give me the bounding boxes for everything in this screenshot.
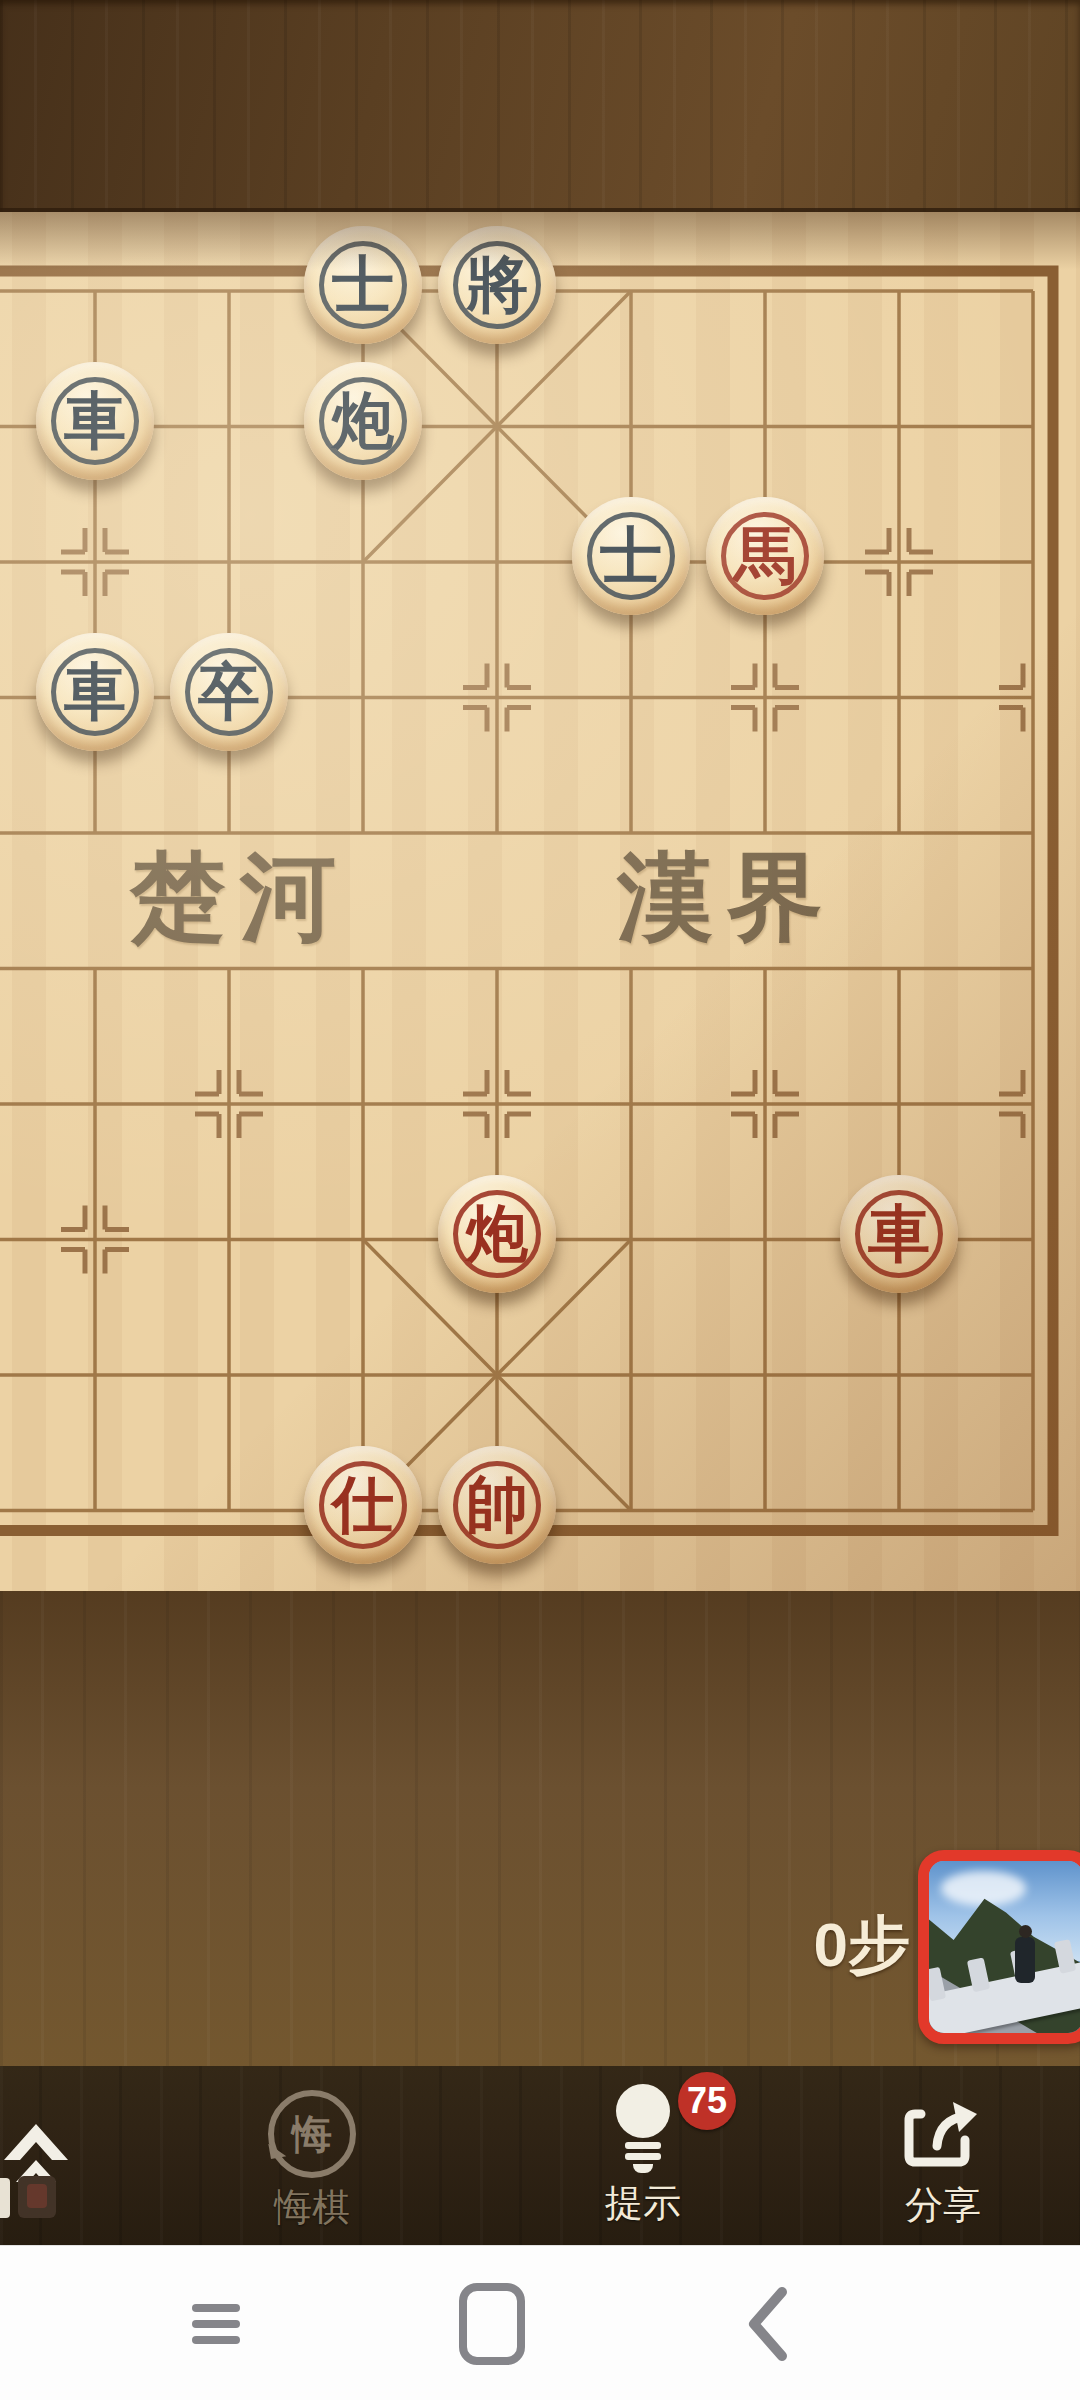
hint-label: 提示 <box>605 2178 681 2229</box>
piece-ring <box>319 1461 407 1549</box>
lightbulb-icon <box>611 2084 675 2174</box>
red-general[interactable]: 帥 <box>438 1446 556 1564</box>
piece-ring <box>453 241 541 329</box>
piece-ring <box>319 241 407 329</box>
share-button[interactable]: 分享 <box>843 2066 1043 2245</box>
piece-ring <box>185 648 273 736</box>
piece-ring <box>453 1461 541 1549</box>
red-horse[interactable]: 馬 <box>706 497 824 615</box>
undo-button[interactable]: 悔 悔棋 <box>212 2066 412 2245</box>
river-label-left: 楚河 <box>90 842 390 954</box>
recent-apps-button[interactable] <box>136 2246 296 2400</box>
red-chariot[interactable]: 車 <box>840 1175 958 1293</box>
cutoff-ui-fragment <box>0 2178 10 2218</box>
home-square-icon <box>459 2283 525 2365</box>
piece-ring <box>51 648 139 736</box>
piece-ring <box>587 512 675 600</box>
share-icon <box>897 2084 989 2176</box>
undo-label: 悔棋 <box>274 2182 350 2233</box>
piece-ring <box>51 377 139 465</box>
hint-count-badge: 75 <box>678 2072 736 2130</box>
black-cannon[interactable]: 炮 <box>304 362 422 480</box>
red-cannon[interactable]: 炮 <box>438 1175 556 1293</box>
piece-ring <box>855 1190 943 1278</box>
back-chevron-icon <box>738 2274 798 2374</box>
share-label: 分享 <box>905 2180 981 2231</box>
cutoff-ui-fragment-square <box>18 2176 56 2218</box>
player-photo-thumbnail[interactable] <box>918 1850 1080 2044</box>
piece-ring <box>453 1190 541 1278</box>
home-button[interactable] <box>412 2246 572 2400</box>
expand-menu-button[interactable] <box>0 2066 134 2245</box>
move-counter: 0步 <box>760 1903 910 1987</box>
bottom-toolbar: 悔 悔棋 提示 分享 <box>0 2066 1080 2245</box>
black-chariot[interactable]: 車 <box>36 362 154 480</box>
back-button[interactable] <box>688 2246 848 2400</box>
android-navigation-bar <box>0 2245 1080 2400</box>
river-label-right: 漢界 <box>577 842 877 954</box>
red-advisor[interactable]: 仕 <box>304 1446 422 1564</box>
black-advisor[interactable]: 士 <box>304 226 422 344</box>
thumbnail-person <box>1015 1937 1035 1983</box>
piece-ring <box>319 377 407 465</box>
black-chariot[interactable]: 車 <box>36 633 154 751</box>
black-general[interactable]: 將 <box>438 226 556 344</box>
black-advisor[interactable]: 士 <box>572 497 690 615</box>
piece-ring <box>721 512 809 600</box>
black-soldier[interactable]: 卒 <box>170 633 288 751</box>
table-wood-top <box>0 0 1080 212</box>
undo-circle-arrow-icon: 悔 <box>268 2090 356 2178</box>
menu-bars-icon <box>192 2296 240 2352</box>
